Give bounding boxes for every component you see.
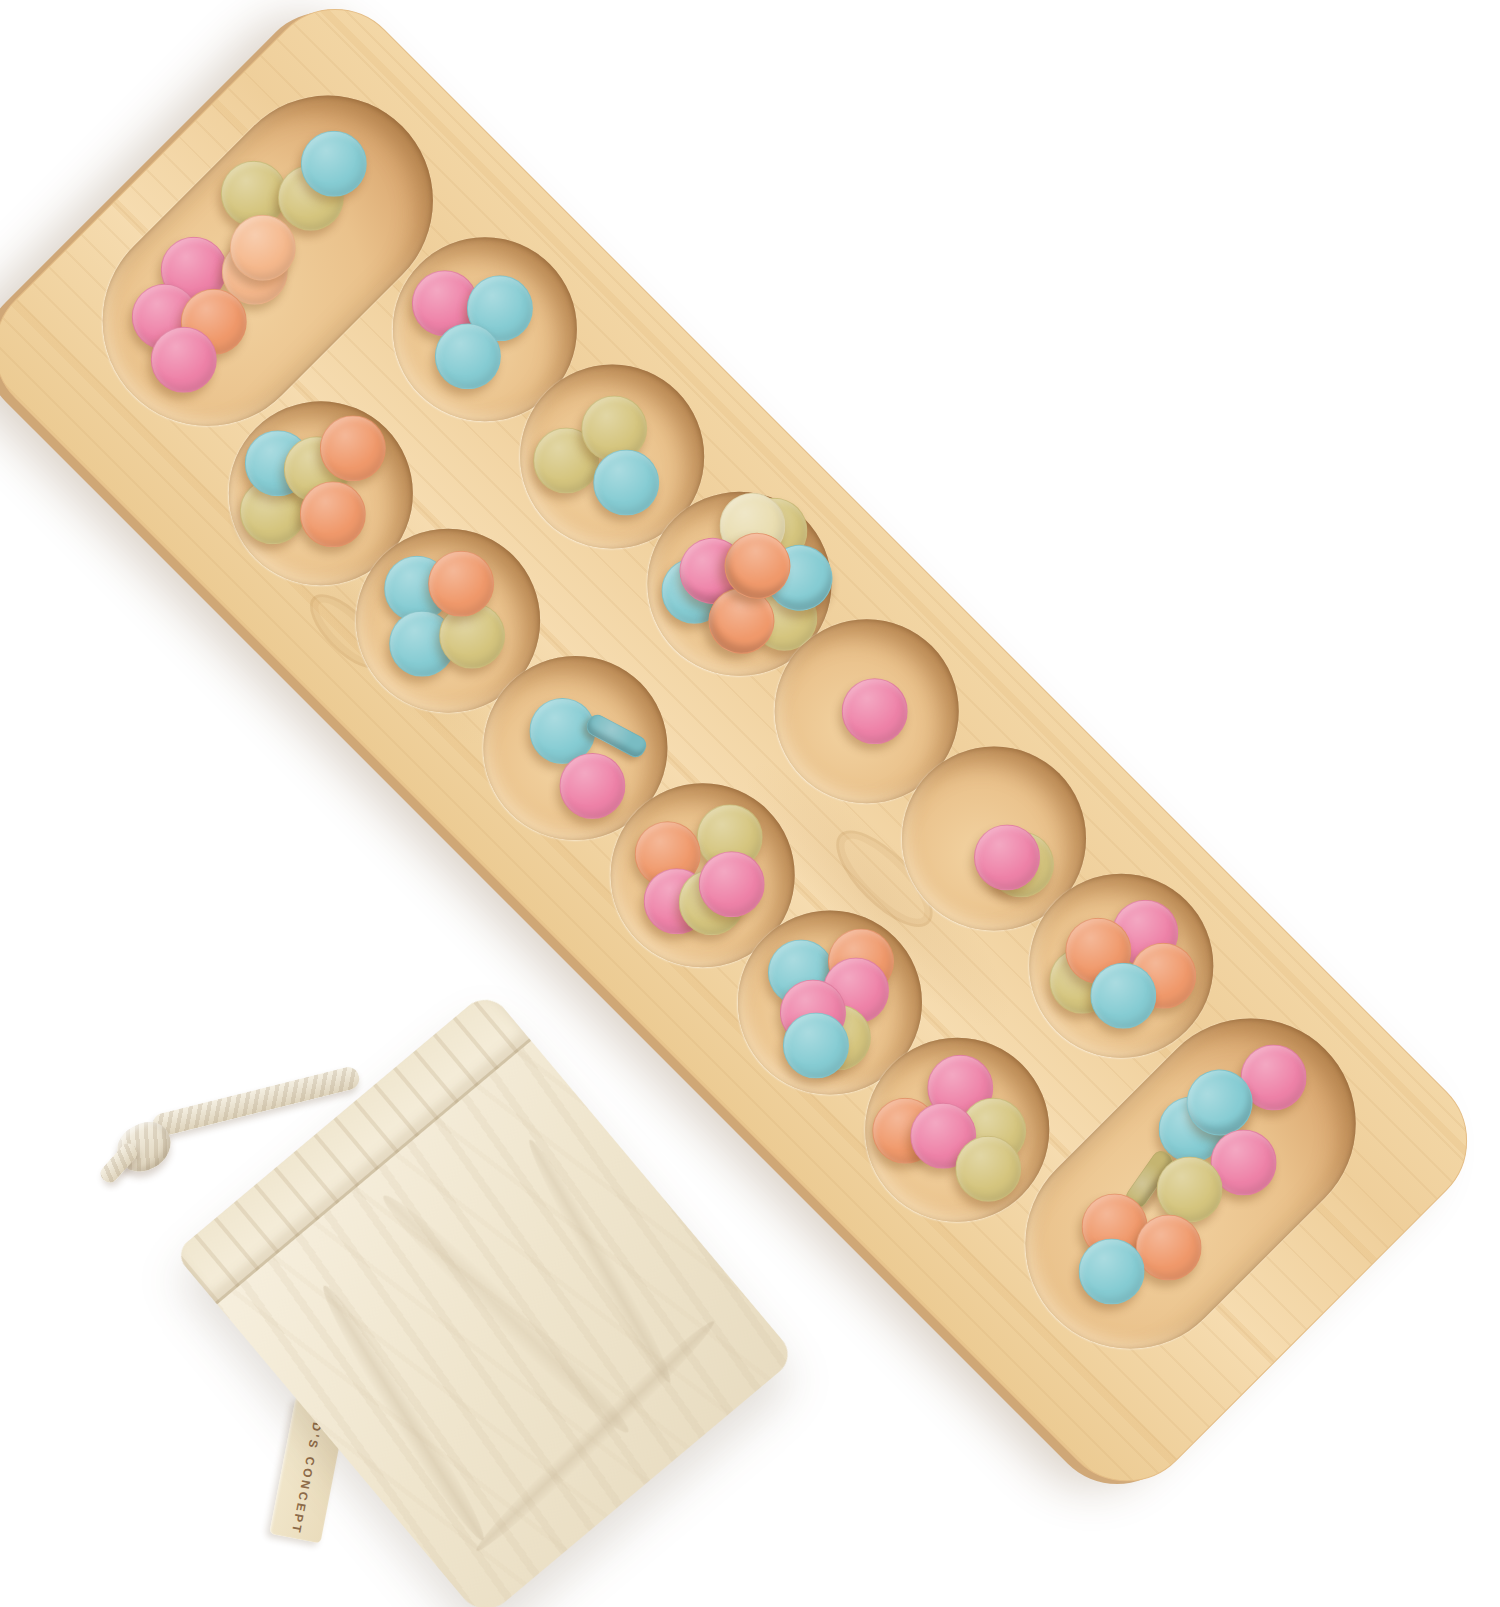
disc-pink[interactable] [699,851,765,917]
disc-yellow[interactable] [1157,1156,1223,1222]
bag-crease [469,1314,722,1559]
disc-pink[interactable] [151,327,217,393]
bag-crease [313,1279,494,1547]
disc-blue[interactable] [301,131,367,197]
disc-orange[interactable] [1136,1214,1202,1280]
disc-blue[interactable] [435,323,501,389]
disc-blue[interactable] [783,1012,849,1078]
piece-layer [865,1038,1049,1222]
product-photo-scene: KID'S CONCEPT [0,0,1500,1607]
disc-orange[interactable] [428,551,494,617]
disc-pink[interactable] [842,678,908,744]
disc-blue[interactable] [1079,1238,1145,1304]
disc-orange[interactable] [320,415,386,481]
piece-layer [1086,993,1296,1373]
disc-peach[interactable] [230,215,296,281]
bag-drawstring-hem [174,989,531,1304]
disc-yellow[interactable] [955,1136,1021,1202]
piece-layer [163,71,373,451]
